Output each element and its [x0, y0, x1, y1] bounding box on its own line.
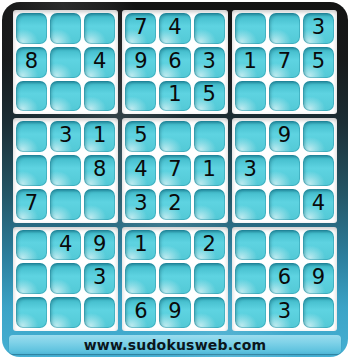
given-digit: 3 [59, 125, 72, 146]
cell-r6c7[interactable] [235, 189, 266, 220]
footer-bar: www.sudokusweb.com [9, 335, 341, 354]
cell-r8c7[interactable] [235, 263, 266, 294]
cell-r4c1[interactable] [16, 121, 47, 152]
cell-r7c2[interactable]: 4 [50, 230, 81, 261]
given-digit: 4 [59, 234, 72, 255]
given-digit: 7 [168, 159, 181, 180]
cell-r8c8[interactable]: 6 [269, 263, 300, 294]
cell-r6c4[interactable]: 3 [125, 189, 156, 220]
cell-r1c1[interactable] [16, 13, 47, 44]
cell-r1c2[interactable] [50, 13, 81, 44]
cell-r9c5[interactable]: 9 [159, 297, 190, 328]
given-digit: 9 [134, 51, 147, 72]
cell-r3c7[interactable] [235, 81, 266, 112]
cell-r9c2[interactable] [50, 297, 81, 328]
cell-r7c1[interactable] [16, 230, 47, 261]
cell-r6c3[interactable] [84, 189, 115, 220]
cell-r8c5[interactable] [159, 263, 190, 294]
cell-r6c5[interactable]: 2 [159, 189, 190, 220]
cell-r4c5[interactable] [159, 121, 190, 152]
cell-r4c6[interactable] [194, 121, 225, 152]
given-digit: 3 [93, 267, 106, 288]
cell-r8c1[interactable] [16, 263, 47, 294]
cell-r3c3[interactable] [84, 81, 115, 112]
given-digit: 3 [134, 193, 147, 214]
cell-r2c2[interactable] [50, 47, 81, 78]
given-digit: 4 [134, 159, 147, 180]
given-digit: 1 [93, 125, 106, 146]
board-frame: 847496315317531875471329344931269693 www… [2, 2, 348, 357]
cell-r3c2[interactable] [50, 81, 81, 112]
given-digit: 9 [93, 234, 106, 255]
cell-r5c6[interactable]: 1 [194, 155, 225, 186]
cell-r8c4[interactable] [125, 263, 156, 294]
cell-r1c7[interactable] [235, 13, 266, 44]
cell-r5c3[interactable]: 8 [84, 155, 115, 186]
site-link[interactable]: www.sudokusweb.com [84, 337, 267, 353]
cell-r4c9[interactable] [303, 121, 334, 152]
given-digit: 7 [278, 51, 291, 72]
given-digit: 1 [168, 84, 181, 105]
given-digit: 6 [168, 51, 181, 72]
sudoku-board: 847496315317531875471329344931269693 [13, 10, 337, 331]
cell-r2c5[interactable]: 6 [159, 47, 190, 78]
cell-r6c9[interactable]: 4 [303, 189, 334, 220]
cell-r9c3[interactable] [84, 297, 115, 328]
cell-r9c9[interactable] [303, 297, 334, 328]
cell-r5c4[interactable]: 4 [125, 155, 156, 186]
cell-r5c7[interactable]: 3 [235, 155, 266, 186]
cell-r9c1[interactable] [16, 297, 47, 328]
cell-r7c6[interactable]: 2 [194, 230, 225, 261]
given-digit: 1 [134, 234, 147, 255]
given-digit: 6 [278, 267, 291, 288]
cell-r8c3[interactable]: 3 [84, 263, 115, 294]
block-1-3: 3175 [232, 10, 337, 114]
block-3-3: 693 [232, 227, 337, 331]
given-digit: 8 [25, 51, 38, 72]
given-digit: 1 [202, 159, 215, 180]
given-digit: 5 [202, 84, 215, 105]
cell-r2c7[interactable]: 1 [235, 47, 266, 78]
cell-r5c1[interactable] [16, 155, 47, 186]
cell-r1c9[interactable]: 3 [303, 13, 334, 44]
cell-r1c3[interactable] [84, 13, 115, 44]
cell-r1c6[interactable] [194, 13, 225, 44]
cell-r3c4[interactable] [125, 81, 156, 112]
cell-r8c6[interactable] [194, 263, 225, 294]
cell-r7c9[interactable] [303, 230, 334, 261]
given-digit: 3 [278, 301, 291, 322]
cell-r9c7[interactable] [235, 297, 266, 328]
given-digit: 9 [168, 301, 181, 322]
cell-r3c6[interactable]: 5 [194, 81, 225, 112]
cell-r2c3[interactable]: 4 [84, 47, 115, 78]
cell-r2c4[interactable]: 9 [125, 47, 156, 78]
cell-r5c8[interactable] [269, 155, 300, 186]
given-digit: 6 [134, 301, 147, 322]
sudoku-app: 847496315317531875471329344931269693 www… [0, 0, 350, 360]
block-1-2: 7496315 [122, 10, 227, 114]
given-digit: 7 [134, 17, 147, 38]
block-3-1: 493 [13, 227, 118, 331]
cell-r8c2[interactable] [50, 263, 81, 294]
cell-r6c2[interactable] [50, 189, 81, 220]
block-2-1: 3187 [13, 118, 118, 222]
cell-r9c8[interactable]: 3 [269, 297, 300, 328]
block-3-2: 1269 [122, 227, 227, 331]
cell-r7c5[interactable] [159, 230, 190, 261]
given-digit: 4 [93, 51, 106, 72]
given-digit: 4 [168, 17, 181, 38]
given-digit: 4 [312, 193, 325, 214]
cell-r5c2[interactable] [50, 155, 81, 186]
cell-r7c7[interactable] [235, 230, 266, 261]
given-digit: 2 [202, 234, 215, 255]
given-digit: 2 [168, 193, 181, 214]
cell-r7c8[interactable] [269, 230, 300, 261]
cell-r3c9[interactable] [303, 81, 334, 112]
cell-r2c9[interactable]: 5 [303, 47, 334, 78]
cell-r4c4[interactable]: 5 [125, 121, 156, 152]
block-2-3: 934 [232, 118, 337, 222]
cell-r9c6[interactable] [194, 297, 225, 328]
cell-r8c9[interactable]: 9 [303, 263, 334, 294]
cell-r4c8[interactable]: 9 [269, 121, 300, 152]
cell-r4c7[interactable] [235, 121, 266, 152]
given-digit: 9 [278, 125, 291, 146]
given-digit: 1 [244, 51, 257, 72]
given-digit: 3 [244, 159, 257, 180]
cell-r4c2[interactable]: 3 [50, 121, 81, 152]
cell-r3c8[interactable] [269, 81, 300, 112]
given-digit: 5 [134, 125, 147, 146]
cell-r6c8[interactable] [269, 189, 300, 220]
cell-r9c4[interactable]: 6 [125, 297, 156, 328]
cell-r3c1[interactable] [16, 81, 47, 112]
given-digit: 5 [312, 51, 325, 72]
given-digit: 3 [312, 17, 325, 38]
cell-r2c8[interactable]: 7 [269, 47, 300, 78]
given-digit: 3 [202, 51, 215, 72]
cell-r2c6[interactable]: 3 [194, 47, 225, 78]
cell-r1c8[interactable] [269, 13, 300, 44]
cell-r4c3[interactable]: 1 [84, 121, 115, 152]
cell-r6c1[interactable]: 7 [16, 189, 47, 220]
cell-r1c5[interactable]: 4 [159, 13, 190, 44]
given-digit: 7 [25, 193, 38, 214]
cell-r7c4[interactable]: 1 [125, 230, 156, 261]
block-2-2: 547132 [122, 118, 227, 222]
given-digit: 9 [312, 267, 325, 288]
cell-r5c9[interactable] [303, 155, 334, 186]
cell-r2c1[interactable]: 8 [16, 47, 47, 78]
cell-r7c3[interactable]: 9 [84, 230, 115, 261]
given-digit: 8 [93, 159, 106, 180]
cell-r3c5[interactable]: 1 [159, 81, 190, 112]
block-1-1: 84 [13, 10, 118, 114]
cell-r5c5[interactable]: 7 [159, 155, 190, 186]
cell-r1c4[interactable]: 7 [125, 13, 156, 44]
cell-r6c6[interactable] [194, 189, 225, 220]
